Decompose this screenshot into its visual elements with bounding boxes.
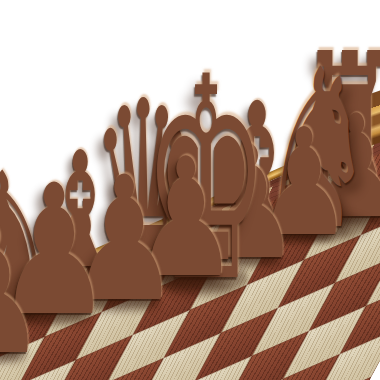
piece-pawn-a7[interactable]: ♟ bbox=[0, 204, 46, 379]
pieces-layer: ♜♟♞♝♟♟♛♝♚♟♟♞♟♟ bbox=[0, 0, 380, 380]
chess-set-photo: ♜♟♞♝♟♟♛♝♚♟♟♞♟♟ bbox=[0, 0, 380, 380]
